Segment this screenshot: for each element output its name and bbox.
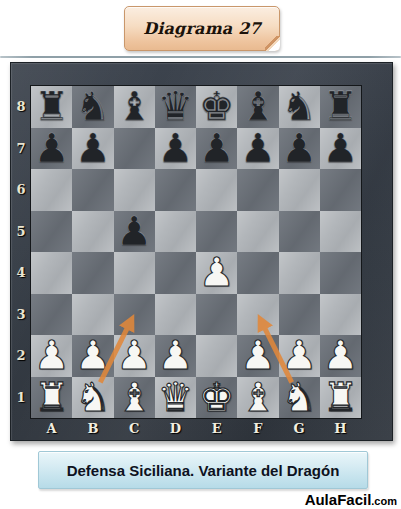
- piece-white-pawn: ♟︎: [75, 335, 111, 376]
- square-b8[interactable]: ♞︎: [72, 86, 113, 128]
- square-g8[interactable]: ♞︎: [279, 86, 320, 128]
- square-h3[interactable]: [320, 294, 361, 336]
- file-label-b: B: [72, 419, 113, 441]
- piece-white-pawn: ♟︎: [157, 335, 193, 376]
- piece-black-queen: ♛︎: [157, 86, 193, 127]
- square-g4[interactable]: [279, 252, 320, 294]
- rank-label-6: 6: [11, 169, 31, 211]
- board-area: ♜︎♞︎♝︎♛︎♚︎♝︎♞︎♜︎♟︎♟︎♟︎♟︎♟︎♟︎♟︎♟︎♟︎♟︎♟︎♟︎…: [31, 86, 361, 418]
- chess-board-frame: 87654321 ABCDEFGH ♜︎♞︎♝︎♛︎♚︎♝︎♞︎♜︎♟︎♟︎♟︎…: [10, 62, 393, 441]
- watermark: AulaFacil.com: [305, 491, 397, 509]
- square-a3[interactable]: [31, 294, 72, 336]
- square-b3[interactable]: [72, 294, 113, 336]
- square-b2[interactable]: ♟︎: [72, 335, 113, 377]
- square-d5[interactable]: [155, 211, 196, 253]
- rank-label-1: 1: [11, 377, 31, 419]
- piece-black-king: ♚︎: [199, 86, 235, 127]
- piece-white-rook: ♜︎: [34, 377, 70, 418]
- diagram-title-plate: Diagrama 27: [124, 6, 280, 51]
- square-d8[interactable]: ♛︎: [155, 86, 196, 128]
- square-b5[interactable]: [72, 211, 113, 253]
- piece-white-bishop: ♝︎: [116, 377, 152, 418]
- square-a4[interactable]: [31, 252, 72, 294]
- square-a1[interactable]: ♜︎: [31, 377, 72, 419]
- rank-label-3: 3: [11, 294, 31, 336]
- piece-black-rook: ♜︎: [322, 86, 358, 127]
- file-label-g: G: [279, 419, 320, 441]
- square-d7[interactable]: ♟︎: [155, 128, 196, 170]
- square-d1[interactable]: ♛︎: [155, 377, 196, 419]
- piece-white-queen: ♛︎: [157, 377, 193, 418]
- square-a7[interactable]: ♟︎: [31, 128, 72, 170]
- square-a8[interactable]: ♜︎: [31, 86, 72, 128]
- piece-white-knight: ♞︎: [281, 377, 317, 418]
- file-label-d: D: [155, 419, 196, 441]
- square-e1[interactable]: ♚︎: [196, 377, 237, 419]
- square-b1[interactable]: ♞︎: [72, 377, 113, 419]
- square-f3[interactable]: [237, 294, 278, 336]
- piece-black-bishop: ♝︎: [116, 86, 152, 127]
- piece-black-pawn: ♟︎: [322, 128, 358, 169]
- square-c6[interactable]: [114, 169, 155, 211]
- square-c8[interactable]: ♝︎: [114, 86, 155, 128]
- square-b6[interactable]: [72, 169, 113, 211]
- file-label-a: A: [31, 419, 72, 441]
- divider-line: [0, 56, 401, 58]
- piece-black-pawn: ♟︎: [281, 128, 317, 169]
- square-f7[interactable]: ♟︎: [237, 128, 278, 170]
- square-e3[interactable]: [196, 294, 237, 336]
- rank-label-7: 7: [11, 128, 31, 170]
- rank-label-8: 8: [11, 86, 31, 128]
- square-f4[interactable]: [237, 252, 278, 294]
- square-f2[interactable]: ♟︎: [237, 335, 278, 377]
- square-f1[interactable]: ♝︎: [237, 377, 278, 419]
- square-c4[interactable]: [114, 252, 155, 294]
- square-g2[interactable]: ♟︎: [279, 335, 320, 377]
- square-c1[interactable]: ♝︎: [114, 377, 155, 419]
- page: Diagrama 27 87654321 ABCDEFGH ♜︎♞︎♝︎♛︎♚︎…: [0, 0, 401, 509]
- square-e2[interactable]: [196, 335, 237, 377]
- file-label-c: C: [114, 419, 155, 441]
- square-b4[interactable]: [72, 252, 113, 294]
- square-d6[interactable]: [155, 169, 196, 211]
- square-c7[interactable]: [114, 128, 155, 170]
- square-c3[interactable]: [114, 294, 155, 336]
- square-h1[interactable]: ♜︎: [320, 377, 361, 419]
- piece-black-knight: ♞︎: [281, 86, 317, 127]
- piece-black-pawn: ♟︎: [157, 128, 193, 169]
- file-labels: ABCDEFGH: [31, 419, 361, 441]
- piece-black-rook: ♜︎: [34, 86, 70, 127]
- watermark-suffix: .com: [371, 495, 397, 507]
- square-g7[interactable]: ♟︎: [279, 128, 320, 170]
- square-g6[interactable]: [279, 169, 320, 211]
- square-f5[interactable]: [237, 211, 278, 253]
- caption-box: Defensa Siciliana. Variante del Dragón: [38, 451, 368, 489]
- rank-label-5: 5: [11, 211, 31, 253]
- square-c5[interactable]: ♟︎: [114, 211, 155, 253]
- square-h2[interactable]: ♟︎: [320, 335, 361, 377]
- square-e7[interactable]: ♟︎: [196, 128, 237, 170]
- square-g1[interactable]: ♞︎: [279, 377, 320, 419]
- square-h6[interactable]: [320, 169, 361, 211]
- piece-white-bishop: ♝︎: [240, 377, 276, 418]
- piece-black-bishop: ♝︎: [240, 86, 276, 127]
- square-d3[interactable]: [155, 294, 196, 336]
- square-f8[interactable]: ♝︎: [237, 86, 278, 128]
- piece-white-pawn: ♟︎: [199, 252, 235, 293]
- square-h4[interactable]: [320, 252, 361, 294]
- piece-black-pawn: ♟︎: [199, 128, 235, 169]
- square-a5[interactable]: [31, 211, 72, 253]
- page-curl-icon: [265, 36, 280, 51]
- chess-board: ♜︎♞︎♝︎♛︎♚︎♝︎♞︎♜︎♟︎♟︎♟︎♟︎♟︎♟︎♟︎♟︎♟︎♟︎♟︎♟︎…: [31, 86, 361, 418]
- square-e6[interactable]: [196, 169, 237, 211]
- square-g3[interactable]: [279, 294, 320, 336]
- square-c2[interactable]: ♟︎: [114, 335, 155, 377]
- file-label-e: E: [196, 419, 237, 441]
- square-f6[interactable]: [237, 169, 278, 211]
- piece-white-pawn: ♟︎: [34, 335, 70, 376]
- piece-white-pawn: ♟︎: [281, 335, 317, 376]
- square-h8[interactable]: ♜︎: [320, 86, 361, 128]
- piece-white-rook: ♜︎: [322, 377, 358, 418]
- piece-white-pawn: ♟︎: [116, 335, 152, 376]
- square-g5[interactable]: [279, 211, 320, 253]
- square-b7[interactable]: ♟︎: [72, 128, 113, 170]
- square-a2[interactable]: ♟︎: [31, 335, 72, 377]
- piece-black-knight: ♞︎: [75, 86, 111, 127]
- caption-text: Defensa Siciliana. Variante del Dragón: [67, 462, 340, 479]
- square-d2[interactable]: ♟︎: [155, 335, 196, 377]
- rank-label-4: 4: [11, 252, 31, 294]
- square-h7[interactable]: ♟︎: [320, 128, 361, 170]
- rank-labels: 87654321: [11, 86, 31, 418]
- diagram-title: Diagrama 27: [143, 19, 261, 38]
- square-a6[interactable]: [31, 169, 72, 211]
- piece-white-pawn: ♟︎: [322, 335, 358, 376]
- square-h5[interactable]: [320, 211, 361, 253]
- piece-white-king: ♚︎: [199, 377, 235, 418]
- piece-black-pawn: ♟︎: [34, 128, 70, 169]
- file-label-h: H: [320, 419, 361, 441]
- square-e5[interactable]: [196, 211, 237, 253]
- square-e8[interactable]: ♚︎: [196, 86, 237, 128]
- piece-black-pawn: ♟︎: [75, 128, 111, 169]
- square-d4[interactable]: [155, 252, 196, 294]
- piece-black-pawn: ♟︎: [116, 211, 152, 252]
- rank-label-2: 2: [11, 335, 31, 377]
- piece-white-pawn: ♟︎: [240, 335, 276, 376]
- piece-white-knight: ♞︎: [75, 377, 111, 418]
- piece-black-pawn: ♟︎: [240, 128, 276, 169]
- watermark-brand: AulaFacil: [305, 491, 372, 508]
- square-e4[interactable]: ♟︎: [196, 252, 237, 294]
- file-label-f: F: [237, 419, 278, 441]
